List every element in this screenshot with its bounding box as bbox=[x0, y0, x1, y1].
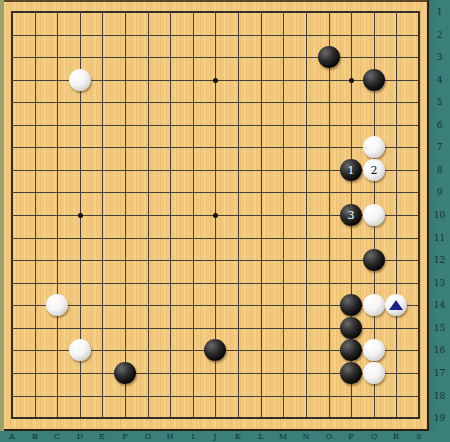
column-label: K bbox=[231, 432, 245, 442]
white-stone[interactable] bbox=[385, 294, 407, 316]
column-label: L bbox=[254, 432, 268, 442]
star-point bbox=[213, 78, 218, 83]
column-label: H bbox=[163, 432, 177, 442]
white-stone[interactable] bbox=[363, 339, 385, 361]
column-label: M bbox=[276, 432, 290, 442]
row-label: 7 bbox=[429, 142, 450, 152]
black-stone[interactable] bbox=[114, 362, 136, 384]
black-stone[interactable]: 1 bbox=[340, 159, 362, 181]
grid-vertical-line bbox=[418, 11, 420, 419]
row-label: 19 bbox=[429, 413, 450, 423]
black-stone[interactable] bbox=[363, 69, 385, 91]
black-stone[interactable] bbox=[340, 362, 362, 384]
column-label: P bbox=[344, 432, 358, 442]
row-label: 1 bbox=[429, 7, 450, 17]
star-point bbox=[78, 213, 83, 218]
column-label: N bbox=[299, 432, 313, 442]
grid-vertical-line bbox=[261, 11, 262, 419]
column-label: R bbox=[389, 432, 403, 442]
white-stone[interactable] bbox=[46, 294, 68, 316]
go-board-app: 132 12345678910111213141516171819ABCDEFG… bbox=[0, 0, 450, 442]
column-label: A bbox=[5, 432, 19, 442]
grid-vertical-line bbox=[396, 11, 397, 419]
white-stone[interactable]: 2 bbox=[363, 159, 385, 181]
column-label: G bbox=[141, 432, 155, 442]
black-stone[interactable] bbox=[340, 317, 362, 339]
grid-vertical-line bbox=[329, 11, 330, 419]
grid-horizontal-line bbox=[11, 283, 420, 284]
row-label: 9 bbox=[429, 187, 450, 197]
white-stone[interactable] bbox=[69, 69, 91, 91]
row-label: 15 bbox=[429, 323, 450, 333]
column-label: O bbox=[322, 432, 336, 442]
black-stone[interactable] bbox=[318, 46, 340, 68]
grid-horizontal-line bbox=[11, 396, 420, 397]
row-label: 14 bbox=[429, 300, 450, 310]
star-point bbox=[349, 78, 354, 83]
row-label: 17 bbox=[429, 368, 450, 378]
white-stone[interactable] bbox=[363, 136, 385, 158]
grid-horizontal-line bbox=[11, 238, 420, 239]
star-point bbox=[213, 213, 218, 218]
black-stone[interactable] bbox=[363, 249, 385, 271]
white-stone[interactable] bbox=[363, 294, 385, 316]
move-number-label: 3 bbox=[348, 210, 355, 221]
column-label: D bbox=[73, 432, 87, 442]
row-label: 12 bbox=[429, 255, 450, 265]
grid-horizontal-line bbox=[11, 417, 420, 419]
white-stone[interactable] bbox=[363, 204, 385, 226]
white-stone[interactable] bbox=[363, 362, 385, 384]
grid-vertical-line bbox=[306, 11, 307, 419]
column-label: S bbox=[412, 432, 426, 442]
column-label: I bbox=[186, 432, 200, 442]
row-label: 4 bbox=[429, 75, 450, 85]
black-stone[interactable]: 3 bbox=[340, 204, 362, 226]
move-number-label: 2 bbox=[371, 165, 378, 176]
row-label: 3 bbox=[429, 52, 450, 62]
column-label: C bbox=[50, 432, 64, 442]
white-stone[interactable] bbox=[69, 339, 91, 361]
grid-vertical-line bbox=[283, 11, 284, 419]
row-label: 16 bbox=[429, 345, 450, 355]
move-number-label: 1 bbox=[348, 165, 355, 176]
black-stone[interactable] bbox=[340, 294, 362, 316]
row-label: 11 bbox=[429, 233, 450, 243]
column-label: J bbox=[208, 432, 222, 442]
grid-horizontal-line bbox=[11, 260, 420, 261]
row-label: 13 bbox=[429, 278, 450, 288]
black-stone[interactable] bbox=[204, 339, 226, 361]
row-label: 10 bbox=[429, 210, 450, 220]
row-label: 6 bbox=[429, 120, 450, 130]
black-stone[interactable] bbox=[340, 339, 362, 361]
grid-vertical-line bbox=[238, 11, 239, 419]
triangle-mark-icon bbox=[389, 300, 403, 310]
row-label: 2 bbox=[429, 30, 450, 40]
row-label: 8 bbox=[429, 165, 450, 175]
row-label: 18 bbox=[429, 391, 450, 401]
column-label: Q bbox=[367, 432, 381, 442]
column-label: F bbox=[118, 432, 132, 442]
row-label: 5 bbox=[429, 97, 450, 107]
column-coordinate-panel bbox=[0, 431, 450, 442]
column-label: B bbox=[28, 432, 42, 442]
column-label: E bbox=[95, 432, 109, 442]
